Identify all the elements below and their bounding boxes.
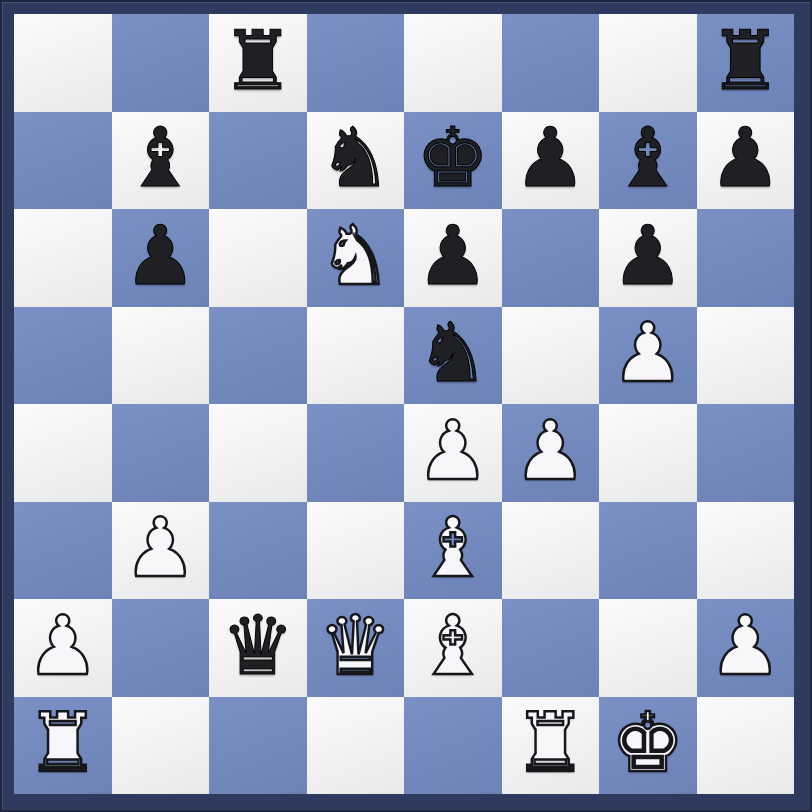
- square-g3[interactable]: [599, 502, 697, 600]
- piece-white-pawn[interactable]: ♟: [708, 605, 782, 687]
- square-h4[interactable]: [697, 404, 795, 502]
- square-f1[interactable]: ♜: [502, 697, 600, 795]
- piece-white-pawn[interactable]: ♟: [513, 410, 587, 492]
- piece-black-rook[interactable]: ♜: [221, 20, 295, 102]
- square-b3[interactable]: ♟: [112, 502, 210, 600]
- piece-white-rook[interactable]: ♜: [26, 702, 100, 784]
- square-d1[interactable]: [307, 697, 405, 795]
- piece-black-bishop[interactable]: ♝: [611, 117, 685, 199]
- square-b7[interactable]: ♝: [112, 112, 210, 210]
- piece-white-pawn[interactable]: ♟: [123, 507, 197, 589]
- piece-black-knight[interactable]: ♞: [318, 117, 392, 199]
- square-g2[interactable]: [599, 599, 697, 697]
- square-d6[interactable]: ♞: [307, 209, 405, 307]
- square-e8[interactable]: [404, 14, 502, 112]
- piece-white-knight[interactable]: ♞: [318, 215, 392, 297]
- square-b5[interactable]: [112, 307, 210, 405]
- piece-black-pawn[interactable]: ♟: [123, 215, 197, 297]
- piece-black-pawn[interactable]: ♟: [416, 215, 490, 297]
- piece-black-king[interactable]: ♚: [416, 117, 490, 199]
- square-g1[interactable]: ♚: [599, 697, 697, 795]
- square-b6[interactable]: ♟: [112, 209, 210, 307]
- piece-black-queen[interactable]: ♛: [221, 605, 295, 687]
- square-e3[interactable]: ♝: [404, 502, 502, 600]
- square-h7[interactable]: ♟: [697, 112, 795, 210]
- square-c8[interactable]: ♜: [209, 14, 307, 112]
- square-f6[interactable]: [502, 209, 600, 307]
- chess-board: ♜♜♝♞♚♟♝♟♟♞♟♟♞♟♟♟♟♝♟♛♛♝♟♜♜♚: [14, 14, 794, 794]
- square-a5[interactable]: [14, 307, 112, 405]
- square-b1[interactable]: [112, 697, 210, 795]
- square-g7[interactable]: ♝: [599, 112, 697, 210]
- piece-white-bishop[interactable]: ♝: [416, 507, 490, 589]
- square-e5[interactable]: ♞: [404, 307, 502, 405]
- piece-white-queen[interactable]: ♛: [318, 605, 392, 687]
- square-f7[interactable]: ♟: [502, 112, 600, 210]
- square-f3[interactable]: [502, 502, 600, 600]
- square-e1[interactable]: [404, 697, 502, 795]
- piece-white-rook[interactable]: ♜: [513, 702, 587, 784]
- square-h6[interactable]: [697, 209, 795, 307]
- square-a3[interactable]: [14, 502, 112, 600]
- square-c6[interactable]: [209, 209, 307, 307]
- square-f8[interactable]: [502, 14, 600, 112]
- square-g5[interactable]: ♟: [599, 307, 697, 405]
- square-h3[interactable]: [697, 502, 795, 600]
- square-d7[interactable]: ♞: [307, 112, 405, 210]
- square-f4[interactable]: ♟: [502, 404, 600, 502]
- square-b8[interactable]: [112, 14, 210, 112]
- board-frame: ♜♜♝♞♚♟♝♟♟♞♟♟♞♟♟♟♟♝♟♛♛♝♟♜♜♚: [0, 0, 812, 812]
- piece-black-knight[interactable]: ♞: [416, 312, 490, 394]
- square-c4[interactable]: [209, 404, 307, 502]
- square-d2[interactable]: ♛: [307, 599, 405, 697]
- square-d4[interactable]: [307, 404, 405, 502]
- square-d3[interactable]: [307, 502, 405, 600]
- square-a4[interactable]: [14, 404, 112, 502]
- square-e7[interactable]: ♚: [404, 112, 502, 210]
- square-a6[interactable]: [14, 209, 112, 307]
- square-c7[interactable]: [209, 112, 307, 210]
- piece-white-bishop[interactable]: ♝: [416, 605, 490, 687]
- piece-white-pawn[interactable]: ♟: [26, 605, 100, 687]
- piece-white-king[interactable]: ♚: [611, 702, 685, 784]
- square-f5[interactable]: [502, 307, 600, 405]
- square-e2[interactable]: ♝: [404, 599, 502, 697]
- square-a7[interactable]: [14, 112, 112, 210]
- square-b4[interactable]: [112, 404, 210, 502]
- square-a1[interactable]: ♜: [14, 697, 112, 795]
- piece-white-pawn[interactable]: ♟: [416, 410, 490, 492]
- square-h1[interactable]: [697, 697, 795, 795]
- square-h2[interactable]: ♟: [697, 599, 795, 697]
- square-b2[interactable]: [112, 599, 210, 697]
- piece-black-pawn[interactable]: ♟: [708, 117, 782, 199]
- square-c1[interactable]: [209, 697, 307, 795]
- square-g6[interactable]: ♟: [599, 209, 697, 307]
- square-f2[interactable]: [502, 599, 600, 697]
- piece-black-pawn[interactable]: ♟: [611, 215, 685, 297]
- piece-black-rook[interactable]: ♜: [708, 20, 782, 102]
- square-c2[interactable]: ♛: [209, 599, 307, 697]
- square-g8[interactable]: [599, 14, 697, 112]
- square-c5[interactable]: [209, 307, 307, 405]
- piece-black-pawn[interactable]: ♟: [513, 117, 587, 199]
- square-e6[interactable]: ♟: [404, 209, 502, 307]
- square-h5[interactable]: [697, 307, 795, 405]
- square-c3[interactable]: [209, 502, 307, 600]
- piece-black-bishop[interactable]: ♝: [123, 117, 197, 199]
- square-g4[interactable]: [599, 404, 697, 502]
- square-d5[interactable]: [307, 307, 405, 405]
- square-a2[interactable]: ♟: [14, 599, 112, 697]
- square-a8[interactable]: [14, 14, 112, 112]
- square-h8[interactable]: ♜: [697, 14, 795, 112]
- piece-white-pawn[interactable]: ♟: [611, 312, 685, 394]
- square-e4[interactable]: ♟: [404, 404, 502, 502]
- square-d8[interactable]: [307, 14, 405, 112]
